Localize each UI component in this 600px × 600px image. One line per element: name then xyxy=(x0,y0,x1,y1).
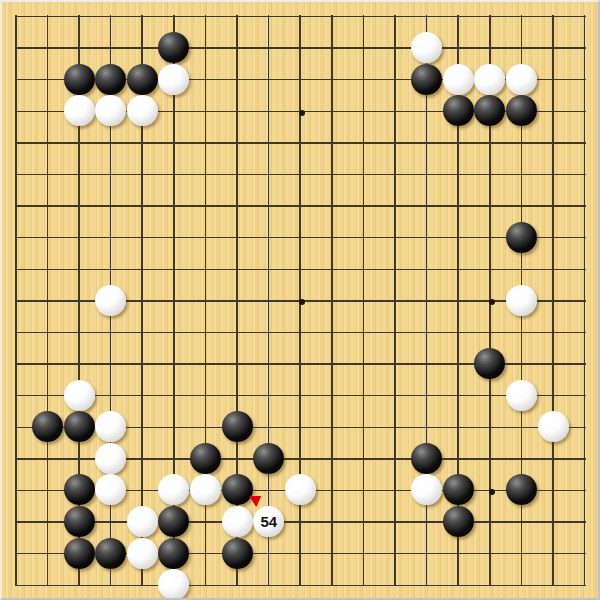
black-stone[interactable] xyxy=(158,32,189,63)
white-stone[interactable] xyxy=(127,506,158,537)
black-stone[interactable] xyxy=(411,443,442,474)
white-stone[interactable] xyxy=(190,474,221,505)
white-stone[interactable] xyxy=(158,569,189,600)
move-number-label: 54 xyxy=(260,514,277,529)
white-stone[interactable] xyxy=(95,474,126,505)
white-stone[interactable] xyxy=(506,285,537,316)
black-stone[interactable] xyxy=(32,411,63,442)
black-stone[interactable] xyxy=(64,64,95,95)
go-board[interactable]: 54 xyxy=(0,0,600,600)
black-stone[interactable] xyxy=(222,538,253,569)
black-stone[interactable] xyxy=(95,538,126,569)
black-stone[interactable] xyxy=(127,64,158,95)
white-stone[interactable] xyxy=(506,64,537,95)
black-stone[interactable] xyxy=(158,506,189,537)
black-stone[interactable] xyxy=(222,411,253,442)
black-stone[interactable] xyxy=(253,443,284,474)
white-stone[interactable] xyxy=(411,474,442,505)
black-stone[interactable] xyxy=(158,538,189,569)
white-stone[interactable] xyxy=(95,411,126,442)
white-stone[interactable] xyxy=(158,64,189,95)
black-stone[interactable] xyxy=(64,474,95,505)
black-stone[interactable] xyxy=(95,64,126,95)
white-stone[interactable] xyxy=(158,474,189,505)
black-stone[interactable] xyxy=(443,506,474,537)
stones-layer[interactable]: 54 xyxy=(0,0,600,600)
white-stone[interactable] xyxy=(285,474,316,505)
white-stone[interactable] xyxy=(222,506,253,537)
black-stone[interactable] xyxy=(443,95,474,126)
white-stone[interactable] xyxy=(64,95,95,126)
black-stone[interactable] xyxy=(190,443,221,474)
white-stone[interactable] xyxy=(127,538,158,569)
black-stone[interactable] xyxy=(506,474,537,505)
white-stone[interactable] xyxy=(95,95,126,126)
white-stone[interactable] xyxy=(127,95,158,126)
black-stone[interactable] xyxy=(64,538,95,569)
black-stone[interactable] xyxy=(443,474,474,505)
white-stone[interactable] xyxy=(95,443,126,474)
black-stone[interactable] xyxy=(506,95,537,126)
white-stone[interactable]: 54 xyxy=(253,506,284,537)
white-stone[interactable] xyxy=(506,380,537,411)
black-stone[interactable] xyxy=(506,222,537,253)
black-stone[interactable] xyxy=(222,474,253,505)
white-stone[interactable] xyxy=(95,285,126,316)
black-stone[interactable] xyxy=(474,348,505,379)
white-stone[interactable] xyxy=(538,411,569,442)
white-stone[interactable] xyxy=(443,64,474,95)
black-stone[interactable] xyxy=(411,64,442,95)
white-stone[interactable] xyxy=(64,380,95,411)
black-stone[interactable] xyxy=(474,95,505,126)
white-stone[interactable] xyxy=(411,32,442,63)
last-move-triangle-icon xyxy=(249,496,261,507)
black-stone[interactable] xyxy=(64,411,95,442)
white-stone[interactable] xyxy=(474,64,505,95)
black-stone[interactable] xyxy=(64,506,95,537)
